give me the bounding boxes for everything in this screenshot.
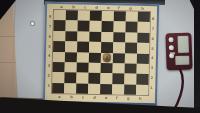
square-f4[interactable]: [113, 53, 125, 64]
rank-labels-right: 87654321: [149, 14, 156, 93]
coord-label-6: 6: [152, 37, 155, 41]
square-g3[interactable]: [125, 63, 137, 74]
coord-label-b: b: [70, 96, 73, 100]
square-h2[interactable]: [136, 74, 148, 85]
rail-seam: [0, 36, 18, 37]
chessboard: abcdefgh abcdefgh 87654321 87654321 ♟: [43, 2, 159, 107]
square-a3[interactable]: [53, 62, 65, 73]
square-c8[interactable]: [78, 10, 90, 21]
coord-label-8: 8: [49, 15, 52, 19]
square-e7[interactable]: [102, 21, 114, 32]
square-h7[interactable]: [137, 22, 149, 33]
square-e2[interactable]: [100, 73, 112, 84]
square-g4[interactable]: [125, 53, 137, 64]
square-a6[interactable]: [53, 31, 65, 42]
clock-brand-label: [170, 52, 175, 54]
square-g7[interactable]: [125, 22, 137, 33]
square-a7[interactable]: [54, 20, 66, 31]
square-f1[interactable]: [112, 84, 124, 95]
square-f7[interactable]: [114, 22, 126, 33]
coord-label-5: 5: [48, 45, 51, 49]
square-d7[interactable]: [90, 21, 102, 32]
square-b3[interactable]: [65, 62, 77, 73]
coord-label-4: 4: [151, 57, 154, 61]
square-c4[interactable]: [77, 52, 89, 63]
coord-label-a: a: [61, 5, 64, 9]
square-b7[interactable]: [66, 21, 78, 32]
square-d5[interactable]: [89, 42, 101, 53]
square-c1[interactable]: [76, 83, 88, 94]
square-h4[interactable]: [137, 53, 149, 64]
square-a2[interactable]: [52, 72, 64, 83]
coord-label-3: 3: [48, 64, 51, 68]
coord-label-b: b: [72, 6, 75, 10]
square-f2[interactable]: [112, 74, 124, 85]
coord-label-1: 1: [150, 86, 153, 90]
square-b2[interactable]: [64, 72, 76, 83]
square-d2[interactable]: [88, 73, 100, 84]
coord-label-a: a: [59, 95, 62, 99]
square-c2[interactable]: [76, 73, 88, 84]
coord-label-d: d: [93, 96, 96, 100]
rail-seam: [0, 62, 18, 63]
square-h5[interactable]: [137, 43, 149, 54]
square-h3[interactable]: [137, 64, 149, 75]
coord-label-3: 3: [151, 67, 154, 71]
square-d6[interactable]: [89, 31, 101, 42]
coord-label-h: h: [139, 97, 142, 101]
square-f3[interactable]: [113, 63, 125, 74]
square-a1[interactable]: [52, 83, 64, 94]
file-labels-bottom: abcdefgh: [54, 95, 146, 101]
chess-clock: [165, 33, 192, 71]
square-d8[interactable]: [90, 11, 102, 22]
clock-lcd-main: [177, 36, 189, 53]
coord-label-c: c: [82, 96, 84, 100]
square-c5[interactable]: [77, 42, 89, 53]
table-screw-dot: [31, 22, 34, 25]
coord-label-g: g: [127, 97, 130, 101]
square-g2[interactable]: [124, 74, 136, 85]
square-g6[interactable]: [125, 32, 137, 43]
coord-label-5: 5: [151, 47, 154, 51]
square-a4[interactable]: [53, 51, 65, 62]
coord-label-7: 7: [49, 25, 52, 29]
square-b8[interactable]: [66, 10, 78, 21]
square-a8[interactable]: [54, 10, 66, 21]
square-e8[interactable]: [102, 11, 114, 22]
coord-label-d: d: [95, 6, 98, 10]
coord-label-f: f: [116, 97, 118, 101]
square-c3[interactable]: [77, 62, 89, 73]
square-b4[interactable]: [65, 52, 77, 63]
clock-lcd-sub: [175, 56, 189, 65]
square-g8[interactable]: [126, 12, 138, 23]
coord-label-1: 1: [47, 84, 50, 88]
square-h8[interactable]: [138, 12, 150, 23]
square-e4[interactable]: ♟: [101, 53, 113, 64]
coord-label-2: 2: [48, 74, 51, 78]
square-b1[interactable]: [64, 83, 76, 94]
board-grid: ♟: [52, 10, 150, 95]
square-c6[interactable]: [77, 31, 89, 42]
coord-label-e: e: [105, 96, 108, 100]
square-g5[interactable]: [125, 43, 137, 54]
coord-label-e: e: [107, 6, 110, 10]
square-h1[interactable]: [136, 84, 148, 95]
clock-button-2[interactable]: [169, 45, 174, 50]
photo-edge-shadow-right: [194, 0, 200, 113]
photo-layer: abcdefgh abcdefgh 87654321 87654321 ♟: [0, 0, 200, 113]
square-b6[interactable]: [65, 31, 77, 42]
square-e5[interactable]: [101, 42, 113, 53]
square-d4[interactable]: [89, 52, 101, 63]
square-h6[interactable]: [137, 33, 149, 44]
clock-cable: [164, 68, 194, 113]
clock-button-1[interactable]: [169, 37, 174, 42]
square-c7[interactable]: [78, 21, 90, 32]
coord-label-8: 8: [152, 17, 155, 21]
coord-label-c: c: [84, 6, 86, 10]
square-d3[interactable]: [89, 63, 101, 74]
coord-label-2: 2: [151, 77, 154, 81]
coord-label-h: h: [141, 7, 144, 11]
coord-label-7: 7: [152, 27, 155, 31]
square-e6[interactable]: [101, 32, 113, 43]
square-a5[interactable]: [53, 41, 65, 52]
coord-label-4: 4: [48, 54, 51, 58]
square-f5[interactable]: [113, 42, 125, 53]
photo-scene: abcdefgh abcdefgh 87654321 87654321 ♟: [0, 0, 200, 113]
coord-label-f: f: [118, 7, 120, 11]
square-f6[interactable]: [113, 32, 125, 43]
black-pawn-e4[interactable]: ♟: [103, 53, 112, 62]
square-b5[interactable]: [65, 41, 77, 52]
square-f8[interactable]: [114, 11, 126, 22]
square-g1[interactable]: [124, 84, 136, 95]
coord-label-6: 6: [49, 35, 52, 39]
square-e1[interactable]: [100, 84, 112, 95]
coord-label-g: g: [129, 7, 132, 11]
square-e3[interactable]: [101, 63, 113, 74]
square-d1[interactable]: [88, 83, 100, 94]
